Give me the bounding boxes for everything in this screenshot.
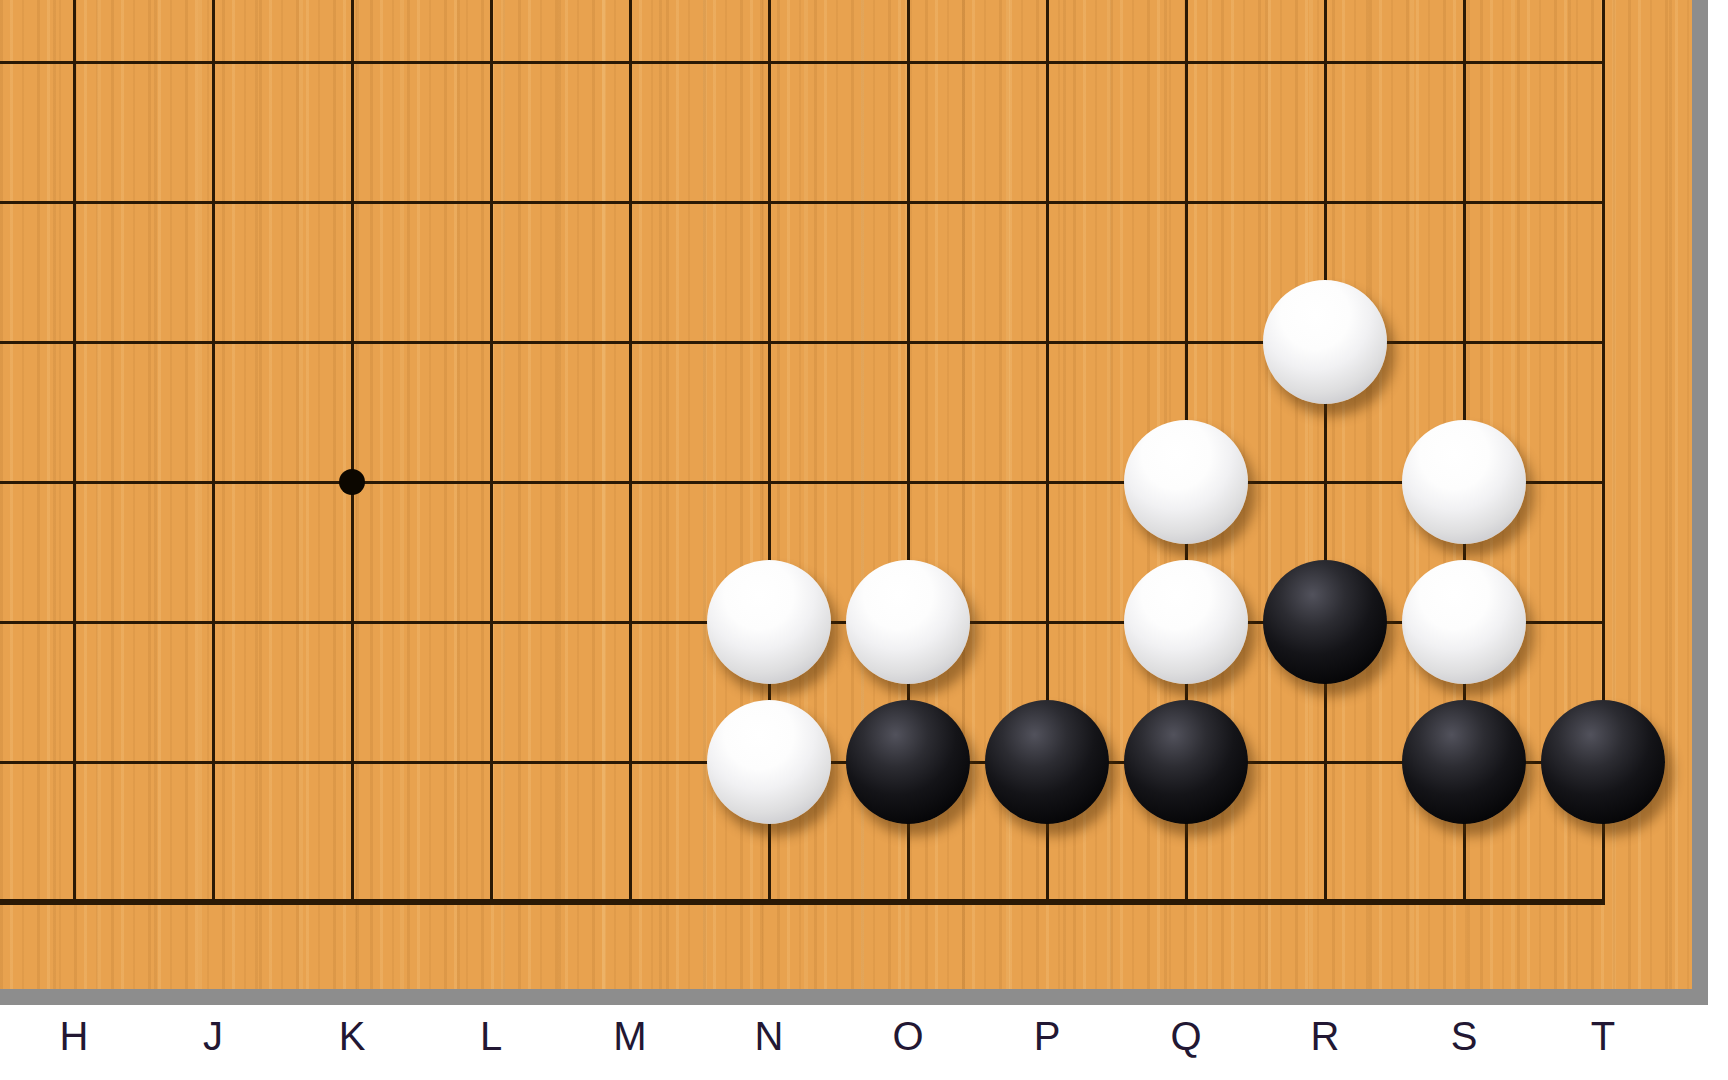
grid-line-col-K xyxy=(351,0,354,905)
coord-label-H: H xyxy=(44,1014,104,1058)
grid-line-col-L xyxy=(490,0,493,905)
white-stone-N2 xyxy=(707,700,831,824)
white-stone-S3 xyxy=(1402,560,1526,684)
white-stone-N3 xyxy=(707,560,831,684)
grid-line-col-J xyxy=(212,0,215,905)
grid-line-col-H xyxy=(73,0,76,905)
black-stone-Q2 xyxy=(1124,700,1248,824)
white-stone-R5 xyxy=(1263,280,1387,404)
grid-line-col-M xyxy=(629,0,632,905)
black-stone-R3 xyxy=(1263,560,1387,684)
star-point-K4 xyxy=(339,469,365,495)
grid-line-col-R xyxy=(1324,0,1327,905)
white-stone-Q3 xyxy=(1124,560,1248,684)
white-stone-O3 xyxy=(846,560,970,684)
black-stone-P2 xyxy=(985,700,1109,824)
coord-label-R: R xyxy=(1295,1014,1355,1058)
white-stone-Q4 xyxy=(1124,420,1248,544)
coord-label-M: M xyxy=(600,1014,660,1058)
grid-line-row-1-board-edge xyxy=(0,899,1604,905)
go-app-screen: HJKLMNOPQRST xyxy=(0,0,1728,1080)
grid-line-row-4 xyxy=(0,481,1604,484)
grid-line-row-6 xyxy=(0,201,1604,204)
black-stone-T2 xyxy=(1541,700,1665,824)
black-stone-S2 xyxy=(1402,700,1526,824)
coord-label-O: O xyxy=(878,1014,938,1058)
coord-label-N: N xyxy=(739,1014,799,1058)
coord-label-K: K xyxy=(322,1014,382,1058)
coord-label-S: S xyxy=(1434,1014,1494,1058)
coord-label-Q: Q xyxy=(1156,1014,1216,1058)
coord-label-L: L xyxy=(461,1014,521,1058)
white-stone-S4 xyxy=(1402,420,1526,544)
black-stone-O2 xyxy=(846,700,970,824)
board-edge-shadow-right xyxy=(1692,0,1708,1005)
coord-label-J: J xyxy=(183,1014,243,1058)
board-edge-shadow-bottom xyxy=(0,989,1708,1005)
coord-label-T: T xyxy=(1573,1014,1633,1058)
go-board[interactable] xyxy=(0,0,1692,989)
coord-label-P: P xyxy=(1017,1014,1077,1058)
grid-line-row-7 xyxy=(0,61,1604,64)
coord-strip: HJKLMNOPQRST xyxy=(0,1005,1728,1080)
